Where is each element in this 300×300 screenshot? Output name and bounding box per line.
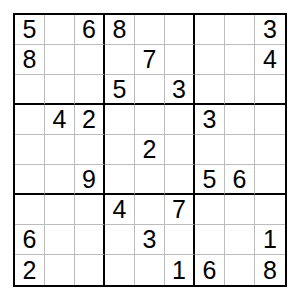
cell-r2c7[interactable] [195,45,225,75]
cell-r9c4[interactable] [105,255,135,285]
sudoku-board: 5683874534232956476312168 [13,13,287,287]
cell-r7c9[interactable] [255,195,285,225]
cell-r9c5[interactable] [135,255,165,285]
cell-r7c8[interactable] [225,195,255,225]
cell-r5c3[interactable] [75,135,105,165]
cell-r5c9[interactable] [255,135,285,165]
cell-r1c6[interactable] [165,15,195,45]
cell-r3c3[interactable] [75,75,105,105]
cell-r9c8[interactable] [225,255,255,285]
cell-r1c7[interactable] [195,15,225,45]
cell-r2c5[interactable]: 7 [135,45,165,75]
cell-r6c5[interactable] [135,165,165,195]
cell-r6c2[interactable] [45,165,75,195]
cell-r6c8[interactable]: 6 [225,165,255,195]
cell-r7c6[interactable]: 7 [165,195,195,225]
cell-r3c8[interactable] [225,75,255,105]
cell-r2c9[interactable]: 4 [255,45,285,75]
cell-r3c6[interactable]: 3 [165,75,195,105]
cell-r8c7[interactable] [195,225,225,255]
cell-r4c8[interactable] [225,105,255,135]
cell-r5c7[interactable] [195,135,225,165]
cell-r1c5[interactable] [135,15,165,45]
cell-r6c7[interactable]: 5 [195,165,225,195]
cell-r5c8[interactable] [225,135,255,165]
cell-r1c4[interactable]: 8 [105,15,135,45]
cell-r8c1[interactable]: 6 [15,225,45,255]
cell-r9c7[interactable]: 6 [195,255,225,285]
cell-r1c3[interactable]: 6 [75,15,105,45]
cell-r6c4[interactable] [105,165,135,195]
cell-r9c6[interactable]: 1 [165,255,195,285]
cell-r5c1[interactable] [15,135,45,165]
cell-r4c7[interactable]: 3 [195,105,225,135]
cell-r3c2[interactable] [45,75,75,105]
cell-r6c1[interactable] [15,165,45,195]
cell-r2c8[interactable] [225,45,255,75]
cell-r7c5[interactable] [135,195,165,225]
cell-r8c9[interactable]: 1 [255,225,285,255]
cell-r5c6[interactable] [165,135,195,165]
cell-r1c2[interactable] [45,15,75,45]
cell-r3c1[interactable] [15,75,45,105]
cell-r8c4[interactable] [105,225,135,255]
cell-r7c7[interactable] [195,195,225,225]
cell-r8c2[interactable] [45,225,75,255]
cell-r7c1[interactable] [15,195,45,225]
cell-r3c5[interactable] [135,75,165,105]
cell-r4c2[interactable]: 4 [45,105,75,135]
cell-r9c3[interactable] [75,255,105,285]
cell-r4c6[interactable] [165,105,195,135]
cell-r1c9[interactable]: 3 [255,15,285,45]
cell-r2c3[interactable] [75,45,105,75]
cell-r8c3[interactable] [75,225,105,255]
cell-r8c6[interactable] [165,225,195,255]
cell-r9c2[interactable] [45,255,75,285]
cell-r8c5[interactable]: 3 [135,225,165,255]
cell-r8c8[interactable] [225,225,255,255]
cell-r2c4[interactable] [105,45,135,75]
cell-r2c6[interactable] [165,45,195,75]
cell-r9c1[interactable]: 2 [15,255,45,285]
cell-r4c5[interactable] [135,105,165,135]
cell-r3c9[interactable] [255,75,285,105]
cell-r6c6[interactable] [165,165,195,195]
cell-r4c9[interactable] [255,105,285,135]
cell-r6c9[interactable] [255,165,285,195]
cell-r6c3[interactable]: 9 [75,165,105,195]
cell-r4c1[interactable] [15,105,45,135]
cell-r5c2[interactable] [45,135,75,165]
cell-r5c5[interactable]: 2 [135,135,165,165]
cell-r1c1[interactable]: 5 [15,15,45,45]
cell-r9c9[interactable]: 8 [255,255,285,285]
cell-r7c4[interactable]: 4 [105,195,135,225]
cell-r2c1[interactable]: 8 [15,45,45,75]
cell-r3c7[interactable] [195,75,225,105]
cell-r4c4[interactable] [105,105,135,135]
cell-r7c3[interactable] [75,195,105,225]
cell-r1c8[interactable] [225,15,255,45]
cell-r3c4[interactable]: 5 [105,75,135,105]
cell-r5c4[interactable] [105,135,135,165]
cell-r4c3[interactable]: 2 [75,105,105,135]
cell-r2c2[interactable] [45,45,75,75]
cell-r7c2[interactable] [45,195,75,225]
